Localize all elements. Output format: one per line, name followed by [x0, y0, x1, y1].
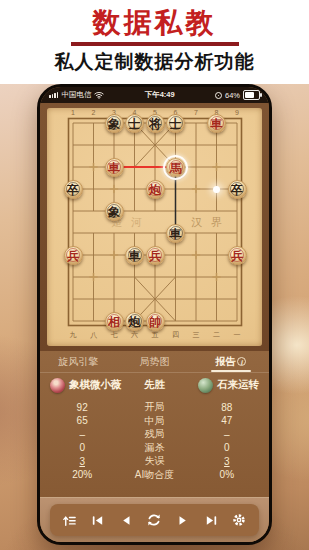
pieces-layer: 車車馬炮兵兵兵相帥象士将士卒卒象車車炮 [40, 103, 269, 351]
stat-label: 漏杀 [118, 441, 190, 455]
player-left: 象棋微小薇 [50, 378, 144, 393]
highlight-dot [213, 186, 220, 193]
avatar-left [50, 378, 65, 393]
stat-value-right: 0% [191, 469, 263, 480]
player-left-name: 象棋微小薇 [69, 378, 122, 392]
battery-percent: 64% [225, 91, 240, 100]
carrier-label: 中国电信 [61, 90, 91, 100]
variation-list-icon [62, 513, 77, 528]
flip-board-icon [146, 512, 162, 528]
last-move-ring [163, 155, 188, 180]
step-back-icon [119, 513, 134, 528]
title-underline [71, 42, 239, 46]
stat-value-left: 0 [46, 442, 118, 453]
piece-glyph: 炮 [149, 184, 161, 196]
red-piece-炮[interactable]: 炮 [146, 180, 165, 199]
stat-value-left: 92 [46, 402, 118, 413]
toolbar-strip [40, 497, 269, 542]
black-piece-卒[interactable]: 卒 [228, 180, 247, 199]
stats-table: 92开局8865中局47–残局–0漏杀03失误320%AI吻合度0% [40, 400, 269, 482]
piece-glyph: 象 [108, 118, 120, 130]
stat-value-left: – [46, 429, 118, 440]
stat-value-left[interactable]: 3 [46, 456, 118, 467]
piece-glyph: 卒 [231, 184, 243, 196]
piece-glyph: 兵 [67, 250, 79, 262]
player-right-name: 石来运转 [217, 378, 259, 392]
tab-report[interactable]: 报告i [193, 351, 269, 372]
stat-value-right: – [191, 429, 263, 440]
black-piece-将[interactable]: 将 [146, 114, 165, 133]
tab-label: 报告 [215, 355, 235, 369]
avatar-right [198, 378, 213, 393]
piece-glyph: 将 [149, 118, 161, 130]
red-piece-兵[interactable]: 兵 [228, 246, 247, 265]
stat-value-right[interactable]: 3 [191, 456, 263, 467]
tab-label: 局势图 [139, 355, 169, 369]
black-piece-車[interactable]: 車 [125, 246, 144, 265]
red-piece-帥[interactable]: 帥 [146, 312, 165, 331]
stat-row-中局: 65中局47 [46, 414, 263, 428]
stat-value-right: 88 [191, 402, 263, 413]
page-subtitle: 私人定制数据分析功能 [0, 49, 309, 75]
battery-icon [243, 90, 260, 100]
status-bar: 中国电信 下午4:49 64% [40, 87, 269, 103]
piece-glyph: 兵 [149, 250, 161, 262]
skip-start-button[interactable] [89, 512, 106, 529]
settings-button[interactable] [231, 512, 248, 529]
black-piece-象[interactable]: 象 [105, 114, 124, 133]
black-piece-車[interactable]: 車 [166, 224, 185, 243]
piece-glyph: 兵 [231, 250, 243, 262]
settings-gear-icon [231, 512, 247, 528]
skip-start-icon [90, 513, 105, 528]
black-piece-象[interactable]: 象 [105, 202, 124, 221]
tab-separator [40, 372, 269, 373]
signal-icon [49, 92, 58, 98]
hero-header: 数据私教 私人定制数据分析功能 [0, 0, 309, 84]
screenshot: 数据私教 私人定制数据分析功能 中国电信 下午4:49 [0, 0, 309, 550]
app-screen: 中国电信 下午4:49 64% 123456789九八七六五四三二一楚 河汉 界… [40, 87, 269, 542]
player-right: 石来运转 [165, 378, 259, 393]
piece-glyph: 帥 [149, 316, 161, 328]
skip-end-button[interactable] [203, 512, 220, 529]
players-row: 象棋微小薇 先胜 石来运转 [40, 374, 269, 396]
piece-glyph: 車 [129, 250, 141, 262]
stat-row-残局: –残局– [46, 427, 263, 441]
piece-glyph: 車 [211, 118, 223, 130]
phone-mockup: 中国电信 下午4:49 64% 123456789九八七六五四三二一楚 河汉 界… [37, 84, 272, 545]
stat-row-开局: 92开局88 [46, 400, 263, 414]
clock-label: 下午4:49 [145, 90, 175, 100]
flip-board-button[interactable] [146, 512, 163, 529]
stat-label: AI吻合度 [118, 468, 190, 482]
tab-situation[interactable]: 局势图 [116, 351, 192, 372]
stat-value-right: 0 [191, 442, 263, 453]
xiangqi-board[interactable]: 123456789九八七六五四三二一楚 河汉 界 車車馬炮兵兵兵相帥象士将士卒卒… [40, 103, 269, 351]
result-badge: 先胜 [144, 378, 165, 392]
stat-row-AI吻合度: 20%AI吻合度0% [46, 468, 263, 482]
stat-value-left: 20% [46, 469, 118, 480]
tab-bar: 旋风引擎局势图报告i [40, 351, 269, 372]
tab-label: 旋风引擎 [58, 355, 98, 369]
wifi-icon [94, 91, 104, 99]
black-piece-士[interactable]: 士 [125, 114, 144, 133]
piece-glyph: 象 [108, 206, 120, 218]
red-piece-車[interactable]: 車 [105, 158, 124, 177]
stat-value-left: 65 [46, 415, 118, 426]
piece-glyph: 士 [170, 118, 182, 130]
piece-glyph: 相 [108, 316, 120, 328]
red-piece-兵[interactable]: 兵 [64, 246, 83, 265]
tab-engine[interactable]: 旋风引擎 [40, 351, 116, 372]
stat-row-漏杀: 0漏杀0 [46, 441, 263, 455]
stat-row-失误: 3失误3 [46, 454, 263, 468]
stat-value-right: 47 [191, 415, 263, 426]
playback-toolbar [50, 504, 259, 536]
black-piece-士[interactable]: 士 [166, 114, 185, 133]
red-piece-車[interactable]: 車 [207, 114, 226, 133]
info-icon[interactable]: i [237, 357, 246, 366]
analysis-panel: 旋风引擎局势图报告i 象棋微小薇 先胜 石来运转 92开局8865中局47–残局… [40, 351, 269, 498]
red-piece-兵[interactable]: 兵 [146, 246, 165, 265]
piece-glyph: 車 [170, 228, 182, 240]
red-piece-相[interactable]: 相 [105, 312, 124, 331]
stat-label: 开局 [118, 400, 190, 414]
variation-list-button[interactable] [61, 512, 78, 529]
piece-glyph: 士 [129, 118, 141, 130]
page-title: 数据私教 [0, 8, 309, 38]
black-piece-卒[interactable]: 卒 [64, 180, 83, 199]
piece-glyph: 卒 [67, 184, 79, 196]
piece-glyph: 炮 [129, 316, 141, 328]
step-forward-button[interactable] [174, 512, 191, 529]
skip-end-icon [204, 513, 219, 528]
step-back-button[interactable] [118, 512, 135, 529]
stat-label: 残局 [118, 427, 190, 441]
step-forward-icon [175, 513, 190, 528]
stat-label: 失误 [118, 454, 190, 468]
piece-glyph: 車 [108, 162, 120, 174]
black-piece-炮[interactable]: 炮 [125, 312, 144, 331]
orientation-lock-icon [215, 92, 222, 99]
stat-label: 中局 [118, 414, 190, 428]
